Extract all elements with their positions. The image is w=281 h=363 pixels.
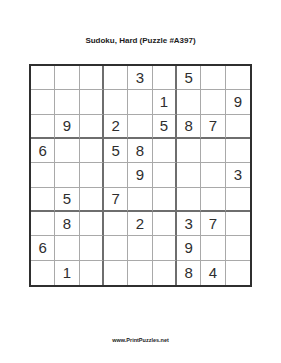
cell-r4c4: 5 (104, 139, 128, 163)
footer-url: www.PrintPuzzles.net (0, 337, 281, 343)
cell-r8c9 (226, 236, 250, 260)
cell-r4c9 (226, 139, 250, 163)
cell-r7c6 (153, 212, 177, 236)
cell-r9c3 (80, 261, 104, 285)
cell-r3c7: 8 (177, 115, 201, 139)
cell-r5c9: 3 (226, 163, 250, 187)
cell-r3c8: 7 (201, 115, 225, 139)
cell-r9c6 (153, 261, 177, 285)
cell-r4c6 (153, 139, 177, 163)
cell-r1c9 (226, 66, 250, 90)
cell-r1c2 (55, 66, 79, 90)
cell-r6c2: 5 (55, 188, 79, 212)
cell-r4c7 (177, 139, 201, 163)
cell-r7c5: 2 (128, 212, 152, 236)
cell-r4c1: 6 (31, 139, 55, 163)
cell-r8c2 (55, 236, 79, 260)
cell-r5c1 (31, 163, 55, 187)
cell-r7c2: 8 (55, 212, 79, 236)
cell-r7c9 (226, 212, 250, 236)
cell-r7c8: 7 (201, 212, 225, 236)
cell-r2c5 (128, 90, 152, 114)
cell-r8c3 (80, 236, 104, 260)
cell-r3c1 (31, 115, 55, 139)
cell-r5c6 (153, 163, 177, 187)
cell-r2c6: 1 (153, 90, 177, 114)
cell-r6c1 (31, 188, 55, 212)
cell-r9c1 (31, 261, 55, 285)
cell-r5c5: 9 (128, 163, 152, 187)
cell-r9c4 (104, 261, 128, 285)
cell-r7c1 (31, 212, 55, 236)
cell-r6c5 (128, 188, 152, 212)
cell-r5c3 (80, 163, 104, 187)
cell-r8c1: 6 (31, 236, 55, 260)
sudoku-grid: 3519925876589357823769184 (29, 64, 252, 287)
cell-r3c5 (128, 115, 152, 139)
cell-r1c3 (80, 66, 104, 90)
cell-r5c8 (201, 163, 225, 187)
cell-r2c7 (177, 90, 201, 114)
cell-r7c7: 3 (177, 212, 201, 236)
cell-r5c7 (177, 163, 201, 187)
cell-r9c7: 8 (177, 261, 201, 285)
cell-r3c6: 5 (153, 115, 177, 139)
cell-r2c8 (201, 90, 225, 114)
puzzle-title: Sudoku, Hard (Puzzle #A397) (0, 36, 281, 45)
cell-r6c3 (80, 188, 104, 212)
cell-r6c9 (226, 188, 250, 212)
cell-r2c3 (80, 90, 104, 114)
cell-r1c6 (153, 66, 177, 90)
cell-r2c2 (55, 90, 79, 114)
cell-r1c1 (31, 66, 55, 90)
cell-r1c4 (104, 66, 128, 90)
cell-r6c8 (201, 188, 225, 212)
cell-r5c4 (104, 163, 128, 187)
cell-r8c4 (104, 236, 128, 260)
cell-r8c6 (153, 236, 177, 260)
cell-r1c5: 3 (128, 66, 152, 90)
cell-r2c9: 9 (226, 90, 250, 114)
cell-r3c4: 2 (104, 115, 128, 139)
cell-r6c6 (153, 188, 177, 212)
cell-r8c7: 9 (177, 236, 201, 260)
cell-r9c8: 4 (201, 261, 225, 285)
cell-r9c5 (128, 261, 152, 285)
cell-r1c8 (201, 66, 225, 90)
cell-r1c7: 5 (177, 66, 201, 90)
cell-r8c8 (201, 236, 225, 260)
cell-r4c8 (201, 139, 225, 163)
cell-r7c4 (104, 212, 128, 236)
cell-r3c2: 9 (55, 115, 79, 139)
puzzle-page: Sudoku, Hard (Puzzle #A397) 351992587658… (0, 0, 281, 363)
cell-r4c2 (55, 139, 79, 163)
cell-r2c1 (31, 90, 55, 114)
cell-r9c9 (226, 261, 250, 285)
cell-r3c3 (80, 115, 104, 139)
cell-r4c5: 8 (128, 139, 152, 163)
cell-r3c9 (226, 115, 250, 139)
cell-r4c3 (80, 139, 104, 163)
cell-r6c4: 7 (104, 188, 128, 212)
cell-r6c7 (177, 188, 201, 212)
cell-r5c2 (55, 163, 79, 187)
cell-r8c5 (128, 236, 152, 260)
cell-r7c3 (80, 212, 104, 236)
cell-r9c2: 1 (55, 261, 79, 285)
cell-r2c4 (104, 90, 128, 114)
